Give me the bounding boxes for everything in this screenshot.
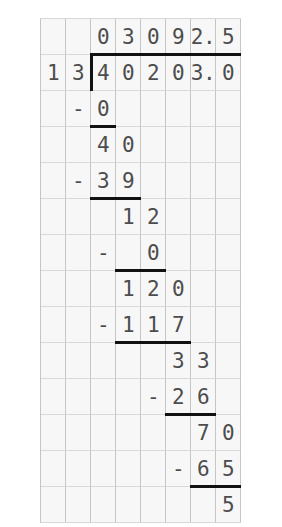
- grid-cell-r14c3: [91, 487, 116, 523]
- grid-cell-r7c4: [116, 235, 141, 271]
- grid-cell-r3c1: [41, 91, 66, 127]
- grid-cell-r5c5: [141, 163, 166, 199]
- long-division-board: 03092.51340203.0-040-3912-0120-11733-267…: [40, 18, 241, 523]
- grid-cell-r12c4: [116, 415, 141, 451]
- grid-cell-r3c4: [116, 91, 141, 127]
- grid-cell-r6c4: 1: [116, 199, 141, 235]
- grid-cell-r9c5: 1: [141, 307, 166, 343]
- grid-cell-r6c1: [41, 199, 66, 235]
- grid-cell-r11c5: -: [141, 379, 166, 415]
- grid-cell-r4c3: 4: [91, 127, 116, 163]
- grid-cell-r2c8: 0: [216, 55, 241, 91]
- grid-cell-r8c6: 0: [166, 271, 191, 307]
- grid-cell-r3c5: [141, 91, 166, 127]
- grid-cell-r11c1: [41, 379, 66, 415]
- grid-cell-r10c6: 3: [166, 343, 191, 379]
- grid-cell-r3c6: [166, 91, 191, 127]
- grid-cell-r11c6: 2: [166, 379, 191, 415]
- grid-cell-r9c1: [41, 307, 66, 343]
- grid-cell-r2c5: 2: [141, 55, 166, 91]
- grid-cell-r7c2: [66, 235, 91, 271]
- grid-cell-r14c5: [141, 487, 166, 523]
- grid-cell-r6c7: [191, 199, 216, 235]
- grid-cell-r9c8: [216, 307, 241, 343]
- grid-cell-r4c8: [216, 127, 241, 163]
- grid-cell-r7c1: [41, 235, 66, 271]
- grid-cell-r10c7: 3: [191, 343, 216, 379]
- grid-cell-r10c4: [116, 343, 141, 379]
- grid-cell-r7c8: [216, 235, 241, 271]
- grid-cell-r12c8: 0: [216, 415, 241, 451]
- grid-cell-r11c8: [216, 379, 241, 415]
- grid-cell-r9c4: 1: [116, 307, 141, 343]
- grid-cell-r2c2: 3: [66, 55, 91, 91]
- grid-cell-r11c2: [66, 379, 91, 415]
- grid-cell-r3c7: [191, 91, 216, 127]
- grid-cell-r6c6: [166, 199, 191, 235]
- grid-cell-r1c5: 0: [141, 19, 166, 55]
- grid-cell-r4c1: [41, 127, 66, 163]
- grid-cell-r9c3: -: [91, 307, 116, 343]
- grid-cell-r12c6: [166, 415, 191, 451]
- grid-cell-r6c5: 2: [141, 199, 166, 235]
- grid-cell-r9c7: [191, 307, 216, 343]
- grid-cell-r1c7: 2.: [191, 19, 216, 55]
- grid-cell-r12c2: [66, 415, 91, 451]
- grid-cell-r14c2: [66, 487, 91, 523]
- grid-cell-r3c3: 0: [91, 91, 116, 127]
- grid-cell-r1c6: 9: [166, 19, 191, 55]
- grid-cell-r5c1: [41, 163, 66, 199]
- grid-cell-r5c7: [191, 163, 216, 199]
- grid-cell-r9c2: [66, 307, 91, 343]
- grid-cell-r13c3: [91, 451, 116, 487]
- grid-cell-r13c1: [41, 451, 66, 487]
- grid-cell-r7c6: [166, 235, 191, 271]
- grid-cell-r1c4: 3: [116, 19, 141, 55]
- grid-cell-r2c6: 0: [166, 55, 191, 91]
- grid-cell-r14c6: [166, 487, 191, 523]
- grid-cell-r11c4: [116, 379, 141, 415]
- grid-cell-r10c5: [141, 343, 166, 379]
- grid-cell-r12c5: [141, 415, 166, 451]
- grid-cell-r8c5: 2: [141, 271, 166, 307]
- grid-cell-r4c6: [166, 127, 191, 163]
- grid-cell-r2c1: 1: [41, 55, 66, 91]
- grid-cell-r10c8: [216, 343, 241, 379]
- grid-cell-r11c7: 6: [191, 379, 216, 415]
- grid-cell-r2c3: 4: [91, 55, 116, 91]
- grid-cell-r14c7: [191, 487, 216, 523]
- grid-cell-r1c2: [66, 19, 91, 55]
- grid-cell-r4c2: [66, 127, 91, 163]
- grid-cell-r1c1: [41, 19, 66, 55]
- grid-cell-r6c8: [216, 199, 241, 235]
- grid-cell-r8c2: [66, 271, 91, 307]
- grid-cell-r14c8: 5: [216, 487, 241, 523]
- grid-cell-r13c5: [141, 451, 166, 487]
- grid-cell-r12c7: 7: [191, 415, 216, 451]
- grid-cell-r5c4: 9: [116, 163, 141, 199]
- grid-cell-r13c8: 5: [216, 451, 241, 487]
- grid-cell-r4c5: [141, 127, 166, 163]
- grid-cell-r14c1: [41, 487, 66, 523]
- grid-cell-r11c3: [91, 379, 116, 415]
- grid-cell-r4c7: [191, 127, 216, 163]
- grid-cell-r10c3: [91, 343, 116, 379]
- grid-cell-r5c6: [166, 163, 191, 199]
- grid-cell-r8c8: [216, 271, 241, 307]
- grid-cell-r8c7: [191, 271, 216, 307]
- grid-cell-r8c1: [41, 271, 66, 307]
- grid-cell-r2c7: 3.: [191, 55, 216, 91]
- grid-cell-r4c4: 0: [116, 127, 141, 163]
- grid-cell-r8c4: 1: [116, 271, 141, 307]
- grid-cell-r5c2: -: [66, 163, 91, 199]
- grid-cell-r6c3: [91, 199, 116, 235]
- grid-cell-r7c7: [191, 235, 216, 271]
- grid-cell-r9c6: 7: [166, 307, 191, 343]
- grid-cell-r5c8: [216, 163, 241, 199]
- grid-cell-r13c7: 6: [191, 451, 216, 487]
- grid-cell-r13c4: [116, 451, 141, 487]
- grid-cell-r14c4: [116, 487, 141, 523]
- grid-cell-r7c5: 0: [141, 235, 166, 271]
- grid-cell-r10c2: [66, 343, 91, 379]
- grid-cell-r13c6: -: [166, 451, 191, 487]
- grid-cell-r3c8: [216, 91, 241, 127]
- grid-cell-r1c8: 5: [216, 19, 241, 55]
- grid-cell-r13c2: [66, 451, 91, 487]
- grid-cell-r2c4: 0: [116, 55, 141, 91]
- grid-cell-r3c2: -: [66, 91, 91, 127]
- grid-cell-r1c3: 0: [91, 19, 116, 55]
- grid-cell-r5c3: 3: [91, 163, 116, 199]
- grid-cell-r6c2: [66, 199, 91, 235]
- grid-cell-r8c3: [91, 271, 116, 307]
- grid-cell-r12c3: [91, 415, 116, 451]
- grid-cell-r12c1: [41, 415, 66, 451]
- grid-cell-r10c1: [41, 343, 66, 379]
- grid-cell-r7c3: -: [91, 235, 116, 271]
- division-grid: 03092.51340203.0-040-3912-0120-11733-267…: [41, 19, 241, 523]
